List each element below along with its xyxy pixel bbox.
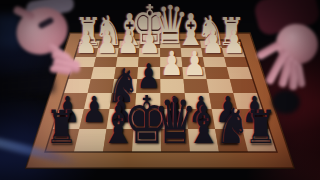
video-still: ♜♞♝♚♛♝♞♜♟♟♟♟♟♟♟♟♟♞♟♟♟♟♟♟♟♜♝♚♛♝♞♜	[0, 0, 320, 180]
piece-white-pawn-d4[interactable]: ♟	[160, 47, 183, 80]
left-hand	[8, 0, 108, 90]
piece-white-pawn-e2[interactable]: ♟	[138, 27, 160, 59]
piece-black-rook-a8[interactable]: ♜	[245, 105, 277, 151]
piece-white-pawn-a2[interactable]: ♟	[223, 27, 245, 59]
piece-white-pawn-c4[interactable]: ♟	[183, 47, 206, 80]
right-hand	[244, 0, 320, 102]
piece-white-pawn-f2[interactable]: ♟	[117, 27, 139, 59]
piece-black-rook-h8[interactable]: ♜	[45, 105, 77, 151]
